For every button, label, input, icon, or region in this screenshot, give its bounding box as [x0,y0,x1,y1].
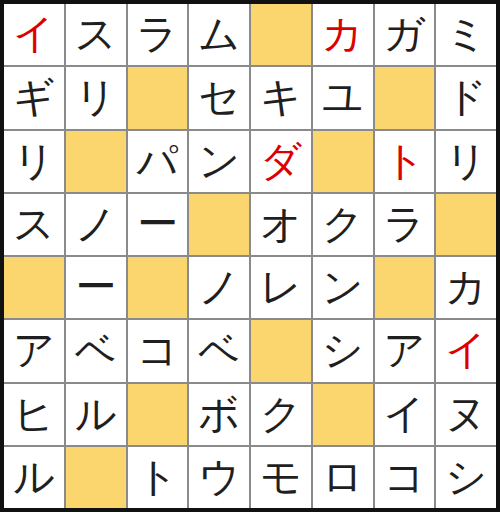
grid-cell[interactable]: ラ [128,4,188,65]
cell-letter: ア [383,330,425,371]
keyword-letter: イ [13,14,55,55]
grid-cell[interactable]: ダ [251,131,311,192]
crossword-board: イスラムカガミギリセキユドリパンダトリスノーオクラーノレンカアベコベシアイヒルボ… [0,0,500,512]
blocked-cell [4,257,64,318]
cell-letter: ク [260,394,302,435]
cell-letter: ラ [136,14,178,55]
cell-letter: ル [75,394,117,435]
grid-cell[interactable]: オ [251,194,311,255]
grid-cell[interactable]: キ [251,67,311,128]
blocked-cell [251,320,311,381]
cell-letter: ノ [75,204,117,245]
grid-cell[interactable]: ク [251,384,311,445]
grid-cell[interactable]: ム [189,4,249,65]
cell-letter: ス [75,14,117,55]
grid-cell[interactable]: リ [66,67,126,128]
grid-cell[interactable]: ラ [375,194,435,255]
grid-cell[interactable]: カ [436,257,496,318]
blocked-cell [66,447,126,508]
cell-letter: イ [383,394,425,435]
keyword-letter: カ [322,14,364,55]
grid-cell[interactable]: リ [436,131,496,192]
grid-cell[interactable]: ア [375,320,435,381]
grid-cell[interactable]: ー [128,194,188,255]
grid-cell[interactable]: ヌ [436,384,496,445]
cell-letter: コ [383,457,425,498]
grid-cell[interactable]: ミ [436,4,496,65]
cell-letter: ベ [75,330,117,371]
blocked-cell [128,257,188,318]
cell-letter: ミ [445,14,487,55]
keyword-letter: ダ [260,141,302,182]
cell-letter: シ [322,330,364,371]
grid-cell[interactable]: ウ [189,447,249,508]
blocked-cell [313,384,373,445]
grid-cell[interactable]: ー [66,257,126,318]
cell-letter: オ [260,204,302,245]
blocked-cell [189,194,249,255]
cell-letter: ロ [322,457,364,498]
grid-cell[interactable]: ガ [375,4,435,65]
cell-letter: シ [445,457,487,498]
grid-cell[interactable]: モ [251,447,311,508]
grid-cell[interactable]: ア [4,320,64,381]
grid-cell[interactable]: ヒ [4,384,64,445]
cell-letter: ム [198,14,240,55]
cell-letter: ガ [383,14,425,55]
grid-cell[interactable]: イ [375,384,435,445]
blocked-cell [436,194,496,255]
cell-letter: セ [198,77,240,118]
cell-letter: ボ [198,394,240,435]
cell-letter: ベ [198,330,240,371]
cell-letter: ド [445,77,487,118]
cell-letter: ク [322,204,364,245]
grid-cell[interactable]: ノ [66,194,126,255]
grid-cell[interactable]: ス [4,194,64,255]
grid-cell[interactable]: ル [4,447,64,508]
cell-letter: ー [75,267,116,308]
grid-cell[interactable]: ス [66,4,126,65]
cell-letter: ラ [383,204,425,245]
cell-letter: パ [136,141,178,182]
cell-letter: リ [13,141,55,182]
grid-cell[interactable]: レ [251,257,311,318]
grid-cell[interactable]: イ [4,4,64,65]
grid-cell[interactable]: イ [436,320,496,381]
cell-letter: ー [137,204,178,245]
keyword-letter: ト [383,141,425,182]
cell-letter: ノ [198,267,240,308]
grid-cell[interactable]: カ [313,4,373,65]
cell-letter: ギ [13,77,55,118]
cell-letter: ア [13,330,55,371]
cell-letter: ル [13,457,55,498]
cell-letter: モ [260,457,302,498]
grid-cell[interactable]: ベ [189,320,249,381]
grid-cell[interactable]: ユ [313,67,373,128]
grid-cell[interactable]: ク [313,194,373,255]
grid-cell[interactable]: ロ [313,447,373,508]
grid-cell[interactable]: リ [4,131,64,192]
blocked-cell [128,384,188,445]
cell-letter: ト [136,457,178,498]
grid-cell[interactable]: ギ [4,67,64,128]
blocked-cell [66,131,126,192]
grid-cell[interactable]: シ [436,447,496,508]
blocked-cell [128,67,188,128]
cell-letter: リ [75,77,117,118]
cell-letter: リ [445,141,487,182]
grid-cell[interactable]: コ [375,447,435,508]
cell-letter: ス [13,204,55,245]
grid-cell[interactable]: ト [375,131,435,192]
grid-cell[interactable]: ド [436,67,496,128]
grid-cell[interactable]: パ [128,131,188,192]
cell-letter: カ [445,267,487,308]
grid-cell[interactable]: ベ [66,320,126,381]
cell-letter: レ [260,267,302,308]
cell-letter: コ [136,330,178,371]
cell-letter: ヌ [445,394,487,435]
grid-cell[interactable]: セ [189,67,249,128]
grid-cell[interactable]: ン [313,257,373,318]
grid-cell[interactable]: コ [128,320,188,381]
blocked-cell [313,131,373,192]
cell-letter: キ [260,77,302,118]
grid-cell[interactable]: ボ [189,384,249,445]
blocked-cell [375,67,435,128]
cell-letter: ン [322,267,364,308]
cell-letter: ヒ [13,394,55,435]
cell-letter: ユ [322,77,364,118]
grid-cell[interactable]: シ [313,320,373,381]
grid-cell[interactable]: ト [128,447,188,508]
grid-cell[interactable]: ノ [189,257,249,318]
keyword-letter: イ [445,330,487,371]
grid-cell[interactable]: ル [66,384,126,445]
cell-letter: ン [198,141,240,182]
blocked-cell [251,4,311,65]
blocked-cell [375,257,435,318]
grid-cell[interactable]: ン [189,131,249,192]
cell-letter: ウ [198,457,240,498]
